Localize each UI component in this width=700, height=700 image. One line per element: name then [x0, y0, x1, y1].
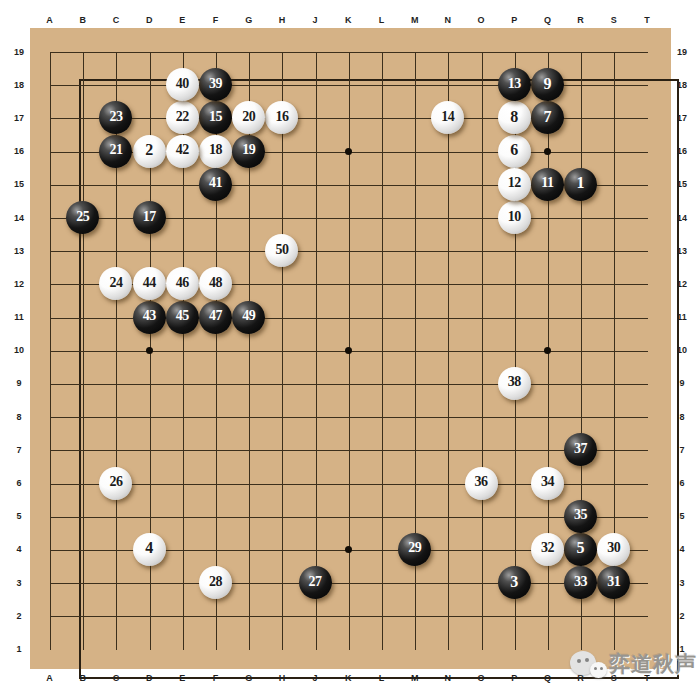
row-label-left-6: 6	[16, 478, 21, 488]
move-number: 24	[109, 276, 122, 290]
stone-black-move-33: 33	[564, 566, 597, 599]
move-number: 12	[508, 176, 521, 190]
col-label-top-J: J	[313, 15, 318, 25]
row-label-left-14: 14	[14, 213, 24, 223]
stone-black-move-15: 15	[199, 101, 232, 134]
col-label-bottom-G: G	[245, 673, 252, 683]
col-label-top-A: A	[46, 15, 53, 25]
stone-white-move-16: 16	[265, 101, 298, 134]
row-label-left-9: 9	[16, 378, 21, 388]
row-label-right-3: 3	[679, 578, 684, 588]
stone-black-move-3: 3	[498, 566, 531, 599]
stone-white-move-8: 8	[498, 101, 531, 134]
stone-white-move-2: 2	[133, 135, 166, 168]
move-number: 27	[309, 575, 322, 589]
col-label-top-H: H	[279, 15, 286, 25]
row-label-right-15: 15	[677, 179, 687, 189]
move-number: 43	[143, 309, 156, 323]
stone-black-move-43: 43	[133, 301, 166, 334]
row-label-right-9: 9	[679, 378, 684, 388]
col-label-top-P: P	[511, 15, 517, 25]
col-label-bottom-H: H	[279, 673, 286, 683]
row-label-right-8: 8	[679, 412, 684, 422]
row-label-left-8: 8	[16, 412, 21, 422]
move-number: 47	[209, 309, 222, 323]
stone-white-move-18: 18	[199, 135, 232, 168]
col-label-bottom-J: J	[313, 673, 318, 683]
row-label-left-18: 18	[14, 80, 24, 90]
stone-black-move-5: 5	[564, 533, 597, 566]
move-number: 28	[209, 575, 222, 589]
move-number: 7	[543, 109, 551, 125]
move-number: 10	[508, 210, 521, 224]
stone-white-move-12: 12	[498, 168, 531, 201]
row-label-right-7: 7	[679, 445, 684, 455]
move-number: 2	[145, 142, 153, 158]
move-number: 19	[242, 143, 255, 157]
move-number: 1	[577, 175, 585, 191]
move-number: 46	[176, 276, 189, 290]
move-number: 41	[209, 176, 222, 190]
stone-white-move-4: 4	[133, 533, 166, 566]
row-label-left-12: 12	[14, 279, 24, 289]
column-labels-top: ABCDEFGHJKLMNOPQRST	[33, 12, 664, 28]
row-label-left-4: 4	[16, 544, 21, 554]
move-number: 21	[109, 143, 122, 157]
col-label-top-B: B	[80, 15, 87, 25]
move-number: 4	[145, 540, 153, 556]
move-number: 17	[143, 210, 156, 224]
stone-black-move-39: 39	[199, 68, 232, 101]
stone-black-move-21: 21	[99, 135, 132, 168]
move-number: 35	[574, 508, 587, 522]
row-label-right-13: 13	[677, 246, 687, 256]
move-number: 40	[176, 77, 189, 91]
stone-black-move-49: 49	[232, 301, 265, 334]
col-label-bottom-N: N	[445, 673, 452, 683]
stone-black-move-31: 31	[597, 566, 630, 599]
row-label-left-19: 19	[14, 47, 24, 57]
stone-black-move-7: 7	[531, 101, 564, 134]
move-number: 8	[510, 109, 518, 125]
move-number: 36	[475, 475, 488, 489]
col-label-bottom-O: O	[478, 673, 485, 683]
row-label-left-3: 3	[16, 578, 21, 588]
col-label-top-N: N	[445, 15, 452, 25]
stone-black-move-37: 37	[564, 433, 597, 466]
stone-black-move-25: 25	[66, 201, 99, 234]
stone-white-move-42: 42	[166, 135, 199, 168]
row-label-left-15: 15	[14, 179, 24, 189]
col-label-top-S: S	[611, 15, 617, 25]
stone-white-move-10: 10	[498, 201, 531, 234]
stone-white-move-44: 44	[133, 267, 166, 300]
move-number: 16	[275, 110, 288, 124]
move-number: 48	[209, 276, 222, 290]
stone-black-move-17: 17	[133, 201, 166, 234]
stone-white-move-30: 30	[597, 533, 630, 566]
row-label-right-5: 5	[679, 511, 684, 521]
row-label-right-2: 2	[679, 611, 684, 621]
row-label-left-11: 11	[14, 312, 24, 322]
move-number: 14	[441, 110, 454, 124]
col-label-bottom-A: A	[46, 673, 53, 683]
row-label-right-6: 6	[679, 478, 684, 488]
row-label-right-11: 11	[677, 312, 687, 322]
row-label-right-19: 19	[677, 47, 687, 57]
stone-black-move-13: 13	[498, 68, 531, 101]
move-number: 32	[541, 541, 554, 555]
row-label-right-4: 4	[679, 544, 684, 554]
col-label-bottom-M: M	[411, 673, 419, 683]
row-label-left-10: 10	[14, 345, 24, 355]
stone-black-move-1: 1	[564, 168, 597, 201]
row-labels-left: 19181716151413121110987654321	[10, 35, 28, 666]
col-label-top-G: G	[245, 15, 252, 25]
move-number: 23	[109, 110, 122, 124]
stone-white-move-32: 32	[531, 533, 564, 566]
stone-white-move-48: 48	[199, 267, 232, 300]
row-label-right-10: 10	[677, 345, 687, 355]
wechat-icon-small-bubble	[590, 662, 607, 678]
move-number: 45	[176, 309, 189, 323]
stone-black-move-23: 23	[99, 101, 132, 134]
stone-white-move-22: 22	[166, 101, 199, 134]
col-label-bottom-B: B	[80, 673, 87, 683]
go-diagram-page: ABCDEFGHJKLMNOPQRST ABCDEFGHJKLMNOPQRST …	[0, 0, 700, 700]
move-number: 6	[510, 142, 518, 158]
stone-white-move-50: 50	[265, 234, 298, 267]
stone-white-move-34: 34	[531, 467, 564, 500]
col-label-top-M: M	[411, 15, 419, 25]
stone-white-move-28: 28	[199, 566, 232, 599]
stone-black-move-9: 9	[531, 68, 564, 101]
move-number: 31	[607, 575, 620, 589]
row-label-right-14: 14	[677, 213, 687, 223]
stone-black-move-47: 47	[199, 301, 232, 334]
col-label-bottom-D: D	[146, 673, 153, 683]
col-label-bottom-F: F	[213, 673, 219, 683]
col-label-bottom-K: K	[345, 673, 352, 683]
stone-white-move-46: 46	[166, 267, 199, 300]
row-label-left-17: 17	[14, 113, 24, 123]
stone-white-move-6: 6	[498, 135, 531, 168]
col-label-top-E: E	[179, 15, 185, 25]
stone-white-move-14: 14	[431, 101, 464, 134]
col-label-top-F: F	[213, 15, 219, 25]
col-label-top-Q: Q	[544, 15, 551, 25]
row-label-right-12: 12	[677, 279, 687, 289]
row-label-left-13: 13	[14, 246, 24, 256]
move-number: 13	[508, 77, 521, 91]
stone-white-move-36: 36	[465, 467, 498, 500]
stone-white-move-24: 24	[99, 267, 132, 300]
wechat-icon-eye	[594, 667, 597, 670]
col-label-top-L: L	[379, 15, 385, 25]
stones-layer: 1234567891011121314151617181920212223242…	[33, 35, 664, 666]
move-number: 39	[209, 77, 222, 91]
col-label-top-K: K	[345, 15, 352, 25]
stone-white-move-40: 40	[166, 68, 199, 101]
col-label-bottom-C: C	[113, 673, 120, 683]
move-number: 42	[176, 143, 189, 157]
move-number: 3	[510, 574, 518, 590]
stone-white-move-26: 26	[99, 467, 132, 500]
row-label-left-2: 2	[16, 611, 21, 621]
row-label-right-17: 17	[677, 113, 687, 123]
col-label-bottom-P: P	[511, 673, 517, 683]
row-label-right-18: 18	[677, 80, 687, 90]
col-label-bottom-E: E	[179, 673, 185, 683]
move-number: 34	[541, 475, 554, 489]
stone-white-move-38: 38	[498, 367, 531, 400]
row-label-left-16: 16	[14, 146, 24, 156]
move-number: 37	[574, 442, 587, 456]
row-label-left-7: 7	[16, 445, 21, 455]
col-label-top-D: D	[146, 15, 153, 25]
stone-white-move-20: 20	[232, 101, 265, 134]
wechat-icon-eye	[585, 658, 589, 662]
move-number: 38	[508, 375, 521, 389]
stone-black-move-27: 27	[299, 566, 332, 599]
stone-black-move-45: 45	[166, 301, 199, 334]
move-number: 5	[577, 540, 585, 556]
move-number: 18	[209, 143, 222, 157]
stone-black-move-41: 41	[199, 168, 232, 201]
stone-black-move-35: 35	[564, 500, 597, 533]
col-label-top-C: C	[113, 15, 120, 25]
move-number: 15	[209, 110, 222, 124]
move-number: 20	[242, 110, 255, 124]
row-labels-right: 19181716151413121110987654321	[673, 35, 691, 666]
move-number: 49	[242, 309, 255, 323]
row-label-left-5: 5	[16, 511, 21, 521]
move-number: 29	[408, 541, 421, 555]
move-number: 44	[143, 276, 156, 290]
col-label-top-O: O	[478, 15, 485, 25]
row-label-left-1: 1	[16, 644, 21, 654]
wechat-icon-eye	[600, 667, 603, 670]
move-number: 25	[76, 210, 89, 224]
move-number: 9	[543, 76, 551, 92]
col-label-bottom-Q: Q	[544, 673, 551, 683]
move-number: 33	[574, 575, 587, 589]
move-number: 50	[275, 243, 288, 257]
watermark: 弈道秋声	[568, 645, 696, 685]
move-number: 30	[607, 541, 620, 555]
move-number: 22	[176, 110, 189, 124]
move-number: 11	[541, 176, 553, 190]
col-label-top-T: T	[644, 15, 650, 25]
watermark-text: 弈道秋声	[609, 650, 697, 678]
col-label-top-R: R	[577, 15, 584, 25]
stone-black-move-29: 29	[398, 533, 431, 566]
stone-black-move-19: 19	[232, 135, 265, 168]
move-number: 26	[109, 475, 122, 489]
stone-black-move-11: 11	[531, 168, 564, 201]
row-label-right-16: 16	[677, 146, 687, 156]
wechat-icon-eye	[577, 659, 581, 663]
col-label-bottom-L: L	[379, 673, 385, 683]
